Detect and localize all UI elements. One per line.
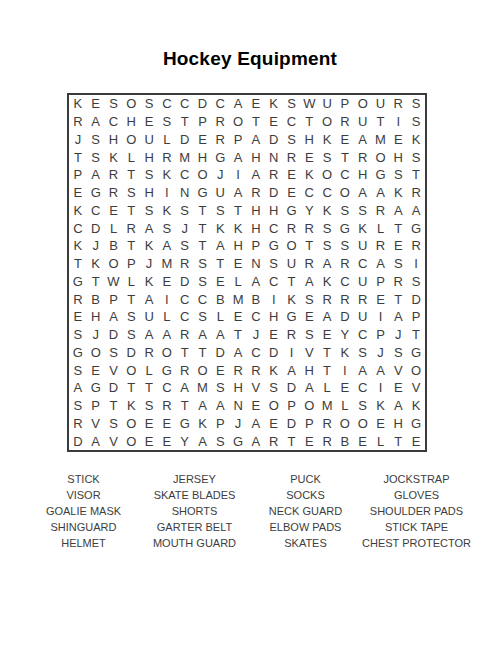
grid-cell[interactable]: O [354, 95, 372, 113]
grid-cell[interactable]: T [105, 397, 123, 415]
grid-cell[interactable]: T [194, 344, 212, 362]
grid-cell[interactable]: A [176, 379, 194, 397]
grid-cell[interactable]: A [194, 432, 212, 450]
grid-cell[interactable]: S [389, 166, 407, 184]
grid-cell[interactable]: R [354, 290, 372, 308]
grid-cell[interactable]: R [69, 113, 87, 131]
grid-cell[interactable]: S [122, 308, 140, 326]
grid-cell[interactable]: K [300, 166, 318, 184]
grid-cell[interactable]: O [407, 361, 425, 379]
grid-cell[interactable]: A [389, 308, 407, 326]
grid-cell[interactable]: E [318, 326, 336, 344]
grid-cell[interactable]: D [265, 184, 283, 202]
grid-cell[interactable]: K [354, 219, 372, 237]
grid-cell[interactable]: C [247, 308, 265, 326]
grid-cell[interactable]: E [105, 202, 123, 220]
grid-cell[interactable]: E [69, 184, 87, 202]
grid-cell[interactable]: D [283, 415, 301, 433]
grid-cell[interactable]: T [87, 273, 105, 291]
grid-cell[interactable]: S [265, 379, 283, 397]
grid-cell[interactable]: I [283, 344, 301, 362]
grid-cell[interactable]: A [211, 237, 229, 255]
grid-cell[interactable]: K [69, 95, 87, 113]
grid-cell[interactable]: E [69, 308, 87, 326]
grid-cell[interactable]: B [247, 290, 265, 308]
grid-cell[interactable]: G [265, 237, 283, 255]
grid-cell[interactable]: M [158, 255, 176, 273]
grid-cell[interactable]: R [300, 219, 318, 237]
grid-cell[interactable]: K [69, 237, 87, 255]
grid-cell[interactable]: L [336, 397, 354, 415]
grid-cell[interactable]: E [87, 361, 105, 379]
grid-cell[interactable]: E [283, 166, 301, 184]
grid-cell[interactable]: P [336, 95, 354, 113]
grid-cell[interactable]: A [372, 361, 390, 379]
grid-cell[interactable]: L [372, 219, 390, 237]
grid-cell[interactable]: E [407, 432, 425, 450]
grid-cell[interactable]: E [229, 308, 247, 326]
grid-cell[interactable]: C [158, 379, 176, 397]
grid-cell[interactable]: N [247, 255, 265, 273]
grid-cell[interactable]: H [105, 131, 123, 149]
grid-cell[interactable]: C [283, 113, 301, 131]
grid-cell[interactable]: S [122, 326, 140, 344]
grid-cell[interactable]: C [265, 273, 283, 291]
grid-cell[interactable]: S [354, 397, 372, 415]
grid-cell[interactable]: P [407, 308, 425, 326]
grid-cell[interactable]: A [247, 166, 265, 184]
grid-cell[interactable]: W [105, 273, 123, 291]
grid-cell[interactable]: S [407, 148, 425, 166]
grid-cell[interactable]: S [87, 131, 105, 149]
grid-cell[interactable]: S [318, 219, 336, 237]
grid-cell[interactable]: S [354, 344, 372, 362]
grid-cell[interactable]: O [372, 148, 390, 166]
grid-cell[interactable]: I [336, 361, 354, 379]
grid-cell[interactable]: T [336, 148, 354, 166]
grid-cell[interactable]: K [122, 397, 140, 415]
grid-cell[interactable]: O [265, 397, 283, 415]
grid-cell[interactable]: A [229, 184, 247, 202]
grid-cell[interactable]: D [122, 344, 140, 362]
grid-cell[interactable]: U [140, 131, 158, 149]
grid-cell[interactable]: T [407, 166, 425, 184]
grid-cell[interactable]: H [87, 308, 105, 326]
grid-cell[interactable]: K [87, 255, 105, 273]
grid-cell[interactable]: D [211, 344, 229, 362]
grid-cell[interactable]: T [122, 290, 140, 308]
grid-cell[interactable]: T [372, 113, 390, 131]
grid-cell[interactable]: E [372, 415, 390, 433]
grid-cell[interactable]: O [122, 95, 140, 113]
grid-cell[interactable]: L [122, 148, 140, 166]
grid-cell[interactable]: H [247, 148, 265, 166]
grid-cell[interactable]: V [389, 361, 407, 379]
grid-cell[interactable]: K [372, 397, 390, 415]
grid-cell[interactable]: C [176, 290, 194, 308]
grid-cell[interactable]: E [336, 379, 354, 397]
grid-cell[interactable]: J [247, 326, 265, 344]
grid-cell[interactable]: J [69, 131, 87, 149]
grid-cell[interactable]: D [407, 290, 425, 308]
grid-cell[interactable]: K [407, 397, 425, 415]
grid-cell[interactable]: H [140, 148, 158, 166]
grid-cell[interactable]: G [211, 148, 229, 166]
grid-cell[interactable]: U [372, 95, 390, 113]
grid-cell[interactable]: R [300, 255, 318, 273]
grid-cell[interactable]: A [87, 113, 105, 131]
grid-cell[interactable]: S [158, 113, 176, 131]
grid-cell[interactable]: S [283, 95, 301, 113]
grid-cell[interactable]: E [265, 113, 283, 131]
grid-cell[interactable]: I [158, 290, 176, 308]
grid-cell[interactable]: O [122, 415, 140, 433]
grid-cell[interactable]: E [87, 95, 105, 113]
grid-cell[interactable]: R [122, 219, 140, 237]
grid-cell[interactable]: U [354, 273, 372, 291]
grid-cell[interactable]: T [122, 166, 140, 184]
grid-cell[interactable]: P [194, 113, 212, 131]
grid-cell[interactable]: R [158, 397, 176, 415]
grid-cell[interactable]: R [247, 361, 265, 379]
grid-cell[interactable]: H [354, 166, 372, 184]
grid-cell[interactable]: C [158, 95, 176, 113]
grid-cell[interactable]: T [69, 255, 87, 273]
grid-cell[interactable]: T [283, 432, 301, 450]
grid-cell[interactable]: O [354, 415, 372, 433]
grid-cell[interactable]: E [265, 326, 283, 344]
grid-cell[interactable]: J [229, 415, 247, 433]
grid-cell[interactable]: T [140, 379, 158, 397]
grid-cell[interactable]: R [247, 184, 265, 202]
grid-cell[interactable]: S [389, 255, 407, 273]
grid-cell[interactable]: O [318, 113, 336, 131]
grid-cell[interactable]: R [336, 255, 354, 273]
grid-cell[interactable]: E [158, 273, 176, 291]
grid-cell[interactable]: A [300, 379, 318, 397]
grid-cell[interactable]: S [69, 397, 87, 415]
grid-cell[interactable]: A [247, 131, 265, 149]
grid-cell[interactable]: A [247, 415, 265, 433]
grid-cell[interactable]: E [140, 415, 158, 433]
grid-cell[interactable]: H [247, 219, 265, 237]
grid-cell[interactable]: A [87, 432, 105, 450]
grid-cell[interactable]: R [211, 113, 229, 131]
grid-cell[interactable]: T [122, 202, 140, 220]
grid-cell[interactable]: T [300, 113, 318, 131]
grid-cell[interactable]: W [300, 95, 318, 113]
grid-cell[interactable]: I [265, 290, 283, 308]
grid-cell[interactable]: H [247, 202, 265, 220]
grid-cell[interactable]: S [140, 202, 158, 220]
grid-cell[interactable]: P [247, 237, 265, 255]
grid-cell[interactable]: Y [336, 326, 354, 344]
grid-cell[interactable]: A [283, 361, 301, 379]
grid-cell[interactable]: C [211, 95, 229, 113]
grid-cell[interactable]: T [176, 344, 194, 362]
grid-cell[interactable]: I [372, 379, 390, 397]
grid-cell[interactable]: J [211, 166, 229, 184]
grid-cell[interactable]: C [176, 95, 194, 113]
grid-cell[interactable]: T [247, 113, 265, 131]
grid-cell[interactable]: O [194, 361, 212, 379]
grid-cell[interactable]: G [372, 166, 390, 184]
grid-cell[interactable]: K [229, 219, 247, 237]
grid-cell[interactable]: T [283, 273, 301, 291]
grid-cell[interactable]: E [354, 432, 372, 450]
grid-cell[interactable]: A [300, 273, 318, 291]
grid-cell[interactable]: P [300, 415, 318, 433]
grid-cell[interactable]: M [176, 148, 194, 166]
grid-cell[interactable]: R [211, 131, 229, 149]
grid-cell[interactable]: R [229, 361, 247, 379]
grid-cell[interactable]: K [69, 202, 87, 220]
grid-cell[interactable]: E [372, 290, 390, 308]
grid-cell[interactable]: E [140, 113, 158, 131]
grid-cell[interactable]: S [140, 166, 158, 184]
grid-cell[interactable]: C [354, 379, 372, 397]
grid-cell[interactable]: K [318, 273, 336, 291]
grid-cell[interactable]: P [372, 273, 390, 291]
grid-cell[interactable]: S [87, 148, 105, 166]
grid-cell[interactable]: K [140, 273, 158, 291]
grid-cell[interactable]: H [122, 113, 140, 131]
grid-cell[interactable]: G [87, 379, 105, 397]
grid-cell[interactable]: D [105, 326, 123, 344]
grid-cell[interactable]: I [389, 113, 407, 131]
grid-cell[interactable]: R [69, 290, 87, 308]
grid-cell[interactable]: D [105, 379, 123, 397]
grid-cell[interactable]: V [407, 379, 425, 397]
grid-cell[interactable]: O [300, 397, 318, 415]
grid-cell[interactable]: T [194, 219, 212, 237]
grid-cell[interactable]: T [407, 326, 425, 344]
grid-cell[interactable]: D [69, 432, 87, 450]
grid-cell[interactable]: P [87, 397, 105, 415]
grid-cell[interactable]: S [69, 361, 87, 379]
grid-cell[interactable]: A [140, 219, 158, 237]
grid-cell[interactable]: G [69, 344, 87, 362]
grid-cell[interactable]: U [211, 184, 229, 202]
grid-cell[interactable]: R [176, 361, 194, 379]
grid-cell[interactable]: L [140, 361, 158, 379]
grid-cell[interactable]: A [407, 202, 425, 220]
grid-cell[interactable]: S [194, 308, 212, 326]
grid-cell[interactable]: E [389, 131, 407, 149]
grid-cell[interactable]: T [176, 397, 194, 415]
grid-cell[interactable]: S [69, 326, 87, 344]
grid-cell[interactable]: L [158, 131, 176, 149]
grid-cell[interactable]: T [389, 219, 407, 237]
grid-cell[interactable]: S [122, 184, 140, 202]
grid-cell[interactable]: E [389, 237, 407, 255]
grid-cell[interactable]: E [229, 255, 247, 273]
grid-cell[interactable]: O [105, 255, 123, 273]
grid-cell[interactable]: K [318, 202, 336, 220]
grid-cell[interactable]: T [318, 361, 336, 379]
grid-cell[interactable]: E [389, 379, 407, 397]
grid-cell[interactable]: S [283, 131, 301, 149]
grid-cell[interactable]: R [283, 148, 301, 166]
grid-cell[interactable]: H [265, 308, 283, 326]
grid-cell[interactable]: N [229, 397, 247, 415]
grid-cell[interactable]: A [247, 432, 265, 450]
grid-cell[interactable]: G [283, 308, 301, 326]
grid-cell[interactable]: T [194, 202, 212, 220]
grid-cell[interactable]: S [140, 397, 158, 415]
grid-cell[interactable]: R [318, 432, 336, 450]
grid-cell[interactable]: R [336, 290, 354, 308]
grid-cell[interactable]: H [229, 379, 247, 397]
grid-cell[interactable]: E [211, 361, 229, 379]
grid-cell[interactable]: K [407, 131, 425, 149]
grid-cell[interactable]: G [176, 415, 194, 433]
grid-cell[interactable]: D [283, 379, 301, 397]
grid-cell[interactable]: I [407, 255, 425, 273]
grid-cell[interactable]: I [158, 184, 176, 202]
grid-cell[interactable]: A [354, 184, 372, 202]
grid-cell[interactable]: T [229, 326, 247, 344]
grid-cell[interactable]: G [407, 219, 425, 237]
grid-cell[interactable]: R [318, 415, 336, 433]
grid-cell[interactable]: R [283, 326, 301, 344]
grid-cell[interactable]: T [229, 202, 247, 220]
grid-cell[interactable]: D [336, 308, 354, 326]
grid-cell[interactable]: T [194, 237, 212, 255]
grid-cell[interactable]: S [140, 95, 158, 113]
grid-cell[interactable]: R [336, 113, 354, 131]
grid-cell[interactable]: I [372, 308, 390, 326]
grid-cell[interactable]: J [140, 255, 158, 273]
grid-cell[interactable]: E [283, 184, 301, 202]
grid-cell[interactable]: A [140, 326, 158, 344]
grid-cell[interactable]: I [229, 166, 247, 184]
grid-cell[interactable]: H [300, 361, 318, 379]
grid-cell[interactable]: S [176, 237, 194, 255]
grid-cell[interactable]: J [176, 219, 194, 237]
grid-cell[interactable]: P [69, 166, 87, 184]
grid-cell[interactable]: A [229, 344, 247, 362]
grid-cell[interactable]: C [318, 184, 336, 202]
grid-cell[interactable]: S [318, 148, 336, 166]
grid-cell[interactable]: A [105, 308, 123, 326]
grid-cell[interactable]: B [87, 290, 105, 308]
grid-cell[interactable]: S [105, 95, 123, 113]
grid-cell[interactable]: M [318, 397, 336, 415]
grid-cell[interactable]: S [211, 202, 229, 220]
grid-cell[interactable]: L [372, 432, 390, 450]
grid-cell[interactable]: T [300, 237, 318, 255]
grid-cell[interactable]: S [336, 237, 354, 255]
grid-cell[interactable]: G [194, 184, 212, 202]
grid-cell[interactable]: G [87, 184, 105, 202]
grid-cell[interactable]: E [247, 95, 265, 113]
grid-cell[interactable]: A [318, 308, 336, 326]
grid-cell[interactable]: R [265, 432, 283, 450]
grid-cell[interactable]: S [336, 202, 354, 220]
grid-cell[interactable]: K [105, 148, 123, 166]
grid-cell[interactable]: H [140, 184, 158, 202]
grid-cell[interactable]: S [354, 202, 372, 220]
grid-cell[interactable]: A [158, 326, 176, 344]
grid-cell[interactable]: D [265, 344, 283, 362]
grid-cell[interactable]: L [211, 308, 229, 326]
grid-cell[interactable]: A [318, 255, 336, 273]
grid-cell[interactable]: L [229, 273, 247, 291]
grid-cell[interactable]: T [211, 255, 229, 273]
grid-cell[interactable]: C [336, 273, 354, 291]
grid-cell[interactable]: U [354, 237, 372, 255]
grid-cell[interactable]: S [211, 379, 229, 397]
grid-cell[interactable]: A [389, 397, 407, 415]
grid-cell[interactable]: K [265, 95, 283, 113]
grid-cell[interactable]: C [87, 202, 105, 220]
grid-cell[interactable]: A [211, 397, 229, 415]
grid-cell[interactable]: A [372, 255, 390, 273]
grid-cell[interactable]: O [158, 344, 176, 362]
grid-cell[interactable]: K [318, 131, 336, 149]
grid-cell[interactable]: B [211, 290, 229, 308]
grid-cell[interactable]: T [389, 290, 407, 308]
grid-cell[interactable]: U [283, 255, 301, 273]
grid-cell[interactable]: R [407, 237, 425, 255]
grid-cell[interactable]: N [176, 184, 194, 202]
grid-cell[interactable]: O [229, 113, 247, 131]
grid-cell[interactable]: S [211, 432, 229, 450]
grid-cell[interactable]: E [300, 432, 318, 450]
grid-cell[interactable]: R [354, 148, 372, 166]
grid-cell[interactable]: T [122, 237, 140, 255]
grid-cell[interactable]: S [158, 219, 176, 237]
grid-cell[interactable]: U [354, 308, 372, 326]
grid-cell[interactable]: O [283, 237, 301, 255]
grid-cell[interactable]: S [300, 326, 318, 344]
grid-cell[interactable]: R [372, 237, 390, 255]
grid-cell[interactable]: C [194, 290, 212, 308]
grid-cell[interactable]: R [407, 184, 425, 202]
grid-cell[interactable]: P [122, 255, 140, 273]
grid-cell[interactable]: H [389, 415, 407, 433]
grid-cell[interactable]: N [265, 148, 283, 166]
grid-cell[interactable]: C [354, 255, 372, 273]
grid-cell[interactable]: V [105, 432, 123, 450]
grid-cell[interactable]: V [105, 361, 123, 379]
grid-cell[interactable]: T [318, 344, 336, 362]
grid-cell[interactable]: R [105, 184, 123, 202]
grid-cell[interactable]: O [122, 432, 140, 450]
grid-cell[interactable]: S [407, 113, 425, 131]
grid-cell[interactable]: B [105, 237, 123, 255]
grid-cell[interactable]: T [122, 379, 140, 397]
grid-cell[interactable]: K [265, 361, 283, 379]
grid-cell[interactable]: P [105, 290, 123, 308]
grid-cell[interactable]: A [229, 148, 247, 166]
grid-cell[interactable]: E [211, 273, 229, 291]
grid-cell[interactable]: R [389, 95, 407, 113]
grid-cell[interactable]: C [265, 219, 283, 237]
grid-cell[interactable]: L [122, 273, 140, 291]
grid-cell[interactable]: S [105, 415, 123, 433]
grid-cell[interactable]: A [354, 131, 372, 149]
grid-cell[interactable]: G [229, 432, 247, 450]
grid-cell[interactable]: R [372, 202, 390, 220]
grid-cell[interactable]: C [176, 308, 194, 326]
grid-cell[interactable]: K [211, 219, 229, 237]
grid-cell[interactable]: C [69, 219, 87, 237]
grid-cell[interactable]: S [194, 273, 212, 291]
grid-cell[interactable]: J [87, 326, 105, 344]
grid-cell[interactable]: Y [300, 202, 318, 220]
